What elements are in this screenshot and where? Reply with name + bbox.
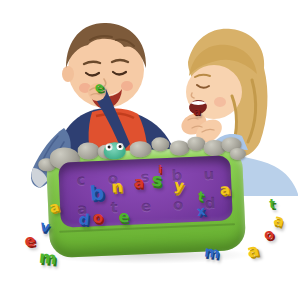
letter-piece-board-o[interactable]: o (92, 210, 103, 226)
letter-piece-board-n[interactable]: n (111, 179, 123, 196)
letter-piece-board-a[interactable]: a (219, 182, 230, 198)
letter-piece-scattered-left-e[interactable]: e (24, 233, 36, 250)
letter-piece-scattered-right-o[interactable]: o (264, 227, 275, 242)
letter-piece-girl-hand-a[interactable]: a (193, 106, 200, 117)
letter-piece-boy-hand-e[interactable]: e (94, 80, 105, 94)
letter-piece-board-a[interactable]: a (134, 175, 145, 191)
letter-piece-board-t[interactable]: t (197, 189, 205, 203)
letter-piece-scattered-left-m[interactable]: m (38, 249, 57, 268)
letter-pieces-layer: bnaisyatxeodavemtaoamea (0, 0, 300, 300)
letter-piece-board-b[interactable]: b (89, 182, 105, 203)
product-photo-scene: cosbuateod bnaisyatxeodavemtaoamea (0, 0, 300, 300)
letter-piece-scattered-right-m[interactable]: m (203, 244, 221, 261)
letter-piece-scattered-right-a[interactable]: a (272, 212, 286, 229)
letter-piece-board-s[interactable]: s (151, 171, 163, 190)
letter-piece-board-e[interactable]: e (118, 209, 130, 226)
letter-piece-scattered-left-a[interactable]: a (48, 199, 61, 215)
letter-piece-board-x[interactable]: x (196, 204, 206, 218)
letter-piece-board-y[interactable]: y (173, 178, 185, 194)
letter-piece-scattered-right-a[interactable]: a (246, 241, 261, 260)
letter-piece-scattered-right-t[interactable]: t (269, 198, 275, 210)
letter-piece-scattered-left-v[interactable]: v (39, 219, 52, 236)
letter-piece-board-d[interactable]: d (78, 212, 90, 228)
